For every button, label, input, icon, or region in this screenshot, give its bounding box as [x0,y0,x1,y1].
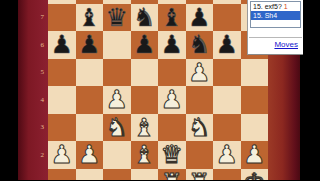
black-pawn-g6[interactable]: ♟ [213,31,241,59]
black-knight-f6[interactable]: ♞ [186,31,214,59]
square-e7[interactable]: ♝ [158,4,186,32]
square-b7[interactable]: ♝ [76,4,104,32]
rank-label-7: 7 [18,13,44,22]
black-pawn-f7[interactable]: ♟ [186,4,214,32]
square-g1[interactable] [213,169,241,181]
left-coordinate-border: 87654321 [18,0,48,180]
rank-label-4: 4 [18,96,44,105]
square-b4[interactable] [76,86,104,114]
move-text: 15. Sh4 [253,12,277,19]
square-c7[interactable]: ♛ [103,4,131,32]
square-d4[interactable] [131,86,159,114]
square-g4[interactable] [213,86,241,114]
square-b2[interactable]: ♟ [76,141,104,169]
square-f4[interactable] [186,86,214,114]
square-e1[interactable]: ♜ [158,169,186,181]
square-a1[interactable] [48,169,76,181]
square-f6[interactable]: ♞ [186,31,214,59]
panel-separator [249,37,302,38]
white-rook-e1[interactable]: ♜ [158,169,186,181]
rank-label-5: 5 [18,68,44,77]
square-f7[interactable]: ♟ [186,4,214,32]
white-king-h1[interactable]: ♚ [241,169,269,181]
white-knight-f3[interactable]: ♞ [186,114,214,142]
square-f5[interactable]: ♟ [186,59,214,87]
square-a4[interactable] [48,86,76,114]
square-f1[interactable]: ♜ [186,169,214,181]
square-f2[interactable] [186,141,214,169]
black-bishop-e7[interactable]: ♝ [158,4,186,32]
square-h5[interactable] [241,59,269,87]
square-h1[interactable]: ♚ [241,169,269,181]
square-c2[interactable] [103,141,131,169]
square-e5[interactable] [158,59,186,87]
square-e2[interactable]: ♛ [158,141,186,169]
white-rook-f1[interactable]: ♜ [186,169,214,181]
square-b5[interactable] [76,59,104,87]
square-e4[interactable]: ♟ [158,86,186,114]
white-pawn-g2[interactable]: ♟ [213,141,241,169]
white-pawn-c4[interactable]: ♟ [103,86,131,114]
rank-label-1: 1 [18,178,44,180]
square-d7[interactable]: ♞ [131,4,159,32]
move-row-game[interactable]: 15. exf5? 1 [251,2,300,11]
square-c4[interactable]: ♟ [103,86,131,114]
white-bishop-d2[interactable]: ♝ [131,141,159,169]
square-c1[interactable] [103,169,131,181]
square-b3[interactable] [76,114,104,142]
black-queen-c7[interactable]: ♛ [103,4,131,32]
black-pawn-a6[interactable]: ♟ [48,31,76,59]
square-g2[interactable]: ♟ [213,141,241,169]
square-g5[interactable] [213,59,241,87]
white-bishop-d3[interactable]: ♝ [131,114,159,142]
black-pawn-d6[interactable]: ♟ [131,31,159,59]
rank-label-3: 3 [18,123,44,132]
square-a6[interactable]: ♟ [48,31,76,59]
move-row-selected[interactable]: 15. Sh4 [251,11,300,20]
white-pawn-b2[interactable]: ♟ [76,141,104,169]
black-bishop-b7[interactable]: ♝ [76,4,104,32]
square-b1[interactable] [76,169,104,181]
black-pawn-b6[interactable]: ♟ [76,31,104,59]
white-queen-e2[interactable]: ♛ [158,141,186,169]
white-knight-c3[interactable]: ♞ [103,114,131,142]
square-a2[interactable]: ♟ [48,141,76,169]
chess-board[interactable]: ♜♜♚♝♛♞♝♟♟♟♟♟♞♟♟♟♟♞♝♞♟♟♝♛♟♟♜♜♚ [48,0,268,180]
square-c6[interactable] [103,31,131,59]
move-listbox[interactable]: 15. exf5? 1 15. Sh4 [250,1,301,28]
moves-link[interactable]: Moves [274,40,298,50]
square-c5[interactable] [103,59,131,87]
square-h4[interactable] [241,86,269,114]
square-d5[interactable] [131,59,159,87]
white-pawn-f5[interactable]: ♟ [186,59,214,87]
rank-label-6: 6 [18,41,44,50]
move-text: 15. exf5? [253,3,282,10]
black-pawn-e6[interactable]: ♟ [158,31,186,59]
square-d2[interactable]: ♝ [131,141,159,169]
white-pawn-h2[interactable]: ♟ [241,141,269,169]
square-d6[interactable]: ♟ [131,31,159,59]
square-g7[interactable] [213,4,241,32]
square-e3[interactable] [158,114,186,142]
rank-label-2: 2 [18,151,44,160]
square-e6[interactable]: ♟ [158,31,186,59]
square-f3[interactable]: ♞ [186,114,214,142]
square-c3[interactable]: ♞ [103,114,131,142]
square-d3[interactable]: ♝ [131,114,159,142]
white-pawn-e4[interactable]: ♟ [158,86,186,114]
square-h3[interactable] [241,114,269,142]
square-a5[interactable] [48,59,76,87]
move-annotation: 1 [284,3,288,10]
square-a7[interactable] [48,4,76,32]
square-d1[interactable] [131,169,159,181]
square-a3[interactable] [48,114,76,142]
square-g6[interactable]: ♟ [213,31,241,59]
moves-panel: 15. exf5? 1 15. Sh4 Moves [247,0,303,55]
square-b6[interactable]: ♟ [76,31,104,59]
square-h2[interactable]: ♟ [241,141,269,169]
black-knight-d7[interactable]: ♞ [131,4,159,32]
white-pawn-a2[interactable]: ♟ [48,141,76,169]
square-g3[interactable] [213,114,241,142]
